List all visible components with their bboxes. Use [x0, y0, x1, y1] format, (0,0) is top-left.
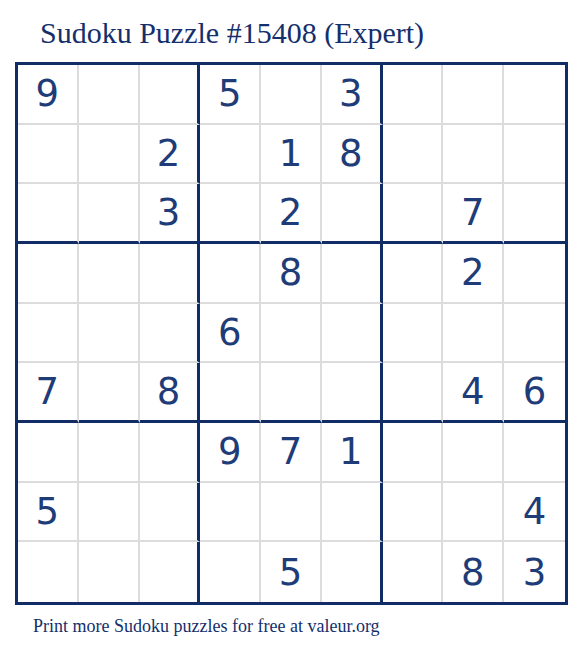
cell-r5c3 [140, 304, 201, 364]
cell-r5c1 [18, 304, 79, 364]
cell-r5c8 [443, 304, 504, 364]
cell-r6c1: 7 [18, 363, 79, 423]
cell-r3c1 [18, 184, 79, 244]
cell-r1c6: 3 [322, 65, 383, 125]
cell-r2c8 [443, 125, 504, 185]
cell-r2c1 [18, 125, 79, 185]
cell-r9c8: 8 [443, 542, 504, 602]
cell-r2c5: 1 [261, 125, 322, 185]
cell-r3c8: 7 [443, 184, 504, 244]
cell-r1c7 [383, 65, 444, 125]
cell-r5c4: 6 [200, 304, 261, 364]
cell-r4c3 [140, 244, 201, 304]
cell-r6c5 [261, 363, 322, 423]
cell-r7c1 [18, 423, 79, 483]
cell-r7c5: 7 [261, 423, 322, 483]
cell-r3c4 [200, 184, 261, 244]
cell-r4c1 [18, 244, 79, 304]
cell-r2c7 [383, 125, 444, 185]
cell-r7c8 [443, 423, 504, 483]
cell-r2c4 [200, 125, 261, 185]
cell-r3c5: 2 [261, 184, 322, 244]
cell-r1c3 [140, 65, 201, 125]
cell-r7c9 [504, 423, 565, 483]
cell-r8c6 [322, 483, 383, 543]
cell-r6c8: 4 [443, 363, 504, 423]
cell-r9c2 [79, 542, 140, 602]
cell-r6c2 [79, 363, 140, 423]
cell-r7c3 [140, 423, 201, 483]
cell-r4c9 [504, 244, 565, 304]
cell-r8c5 [261, 483, 322, 543]
cell-r1c9 [504, 65, 565, 125]
cell-r1c2 [79, 65, 140, 125]
cell-r7c2 [79, 423, 140, 483]
footer-note: Print more Sudoku puzzles for free at va… [33, 616, 380, 637]
cell-r3c6 [322, 184, 383, 244]
cell-r3c3: 3 [140, 184, 201, 244]
sudoku-board: 953218327826784697154583 [15, 62, 568, 605]
cell-r8c8 [443, 483, 504, 543]
cell-r8c7 [383, 483, 444, 543]
cell-r7c4: 9 [200, 423, 261, 483]
cell-r9c4 [200, 542, 261, 602]
cell-r9c6 [322, 542, 383, 602]
cell-r8c2 [79, 483, 140, 543]
cell-r4c5: 8 [261, 244, 322, 304]
cell-r3c9 [504, 184, 565, 244]
cell-r9c7 [383, 542, 444, 602]
cell-r1c1: 9 [18, 65, 79, 125]
cell-r4c7 [383, 244, 444, 304]
cell-r1c5 [261, 65, 322, 125]
cell-r9c9: 3 [504, 542, 565, 602]
cell-r3c2 [79, 184, 140, 244]
cell-r2c3: 2 [140, 125, 201, 185]
cell-r3c7 [383, 184, 444, 244]
cell-r4c6 [322, 244, 383, 304]
cell-r8c4 [200, 483, 261, 543]
cell-r4c8: 2 [443, 244, 504, 304]
cell-r5c2 [79, 304, 140, 364]
cell-r9c3 [140, 542, 201, 602]
cell-r7c7 [383, 423, 444, 483]
cell-r5c6 [322, 304, 383, 364]
cell-r6c4 [200, 363, 261, 423]
cell-r4c4 [200, 244, 261, 304]
cell-r6c3: 8 [140, 363, 201, 423]
cell-r5c9 [504, 304, 565, 364]
cell-r9c5: 5 [261, 542, 322, 602]
cell-r8c9: 4 [504, 483, 565, 543]
cell-r6c7 [383, 363, 444, 423]
cell-r1c4: 5 [200, 65, 261, 125]
cell-r8c3 [140, 483, 201, 543]
cell-r5c5 [261, 304, 322, 364]
cell-r4c2 [79, 244, 140, 304]
page-title: Sudoku Puzzle #15408 (Expert) [40, 16, 424, 50]
cell-r7c6: 1 [322, 423, 383, 483]
cell-r5c7 [383, 304, 444, 364]
cell-r2c6: 8 [322, 125, 383, 185]
cell-r1c8 [443, 65, 504, 125]
cell-r9c1 [18, 542, 79, 602]
cell-r8c1: 5 [18, 483, 79, 543]
cell-r2c2 [79, 125, 140, 185]
cell-r6c6 [322, 363, 383, 423]
cell-r2c9 [504, 125, 565, 185]
cell-r6c9: 6 [504, 363, 565, 423]
